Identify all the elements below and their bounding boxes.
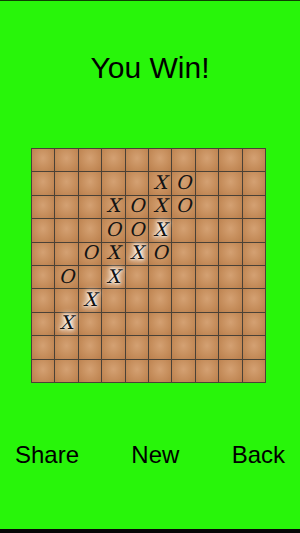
board-cell[interactable] bbox=[172, 289, 194, 311]
board-cell[interactable] bbox=[102, 289, 124, 311]
board-cell[interactable] bbox=[196, 149, 218, 171]
board-cell[interactable] bbox=[55, 289, 77, 311]
piece-o: O bbox=[152, 243, 168, 262]
board-cell[interactable]: O bbox=[172, 172, 194, 194]
piece-x: X bbox=[107, 243, 121, 262]
board-cell[interactable] bbox=[149, 313, 171, 335]
board-cell[interactable] bbox=[32, 266, 54, 288]
board-cell[interactable] bbox=[196, 360, 218, 382]
board-cell[interactable] bbox=[243, 219, 265, 241]
board-cell[interactable] bbox=[196, 196, 218, 218]
bottom-bar bbox=[0, 529, 300, 533]
board-cell[interactable]: X bbox=[79, 289, 101, 311]
board-cell[interactable] bbox=[55, 219, 77, 241]
board-cell[interactable] bbox=[55, 172, 77, 194]
app-screen: You Win! XOXOXOOOXOXXOOXXX Share New Bac… bbox=[0, 0, 300, 533]
board-cell[interactable] bbox=[172, 360, 194, 382]
board-cell[interactable] bbox=[32, 360, 54, 382]
piece-o: O bbox=[59, 267, 75, 286]
board-cell[interactable] bbox=[172, 219, 194, 241]
board-cell[interactable] bbox=[196, 266, 218, 288]
board-cell[interactable]: O bbox=[55, 266, 77, 288]
board-cell[interactable] bbox=[102, 360, 124, 382]
board-cell[interactable] bbox=[172, 149, 194, 171]
board-cell[interactable] bbox=[32, 219, 54, 241]
board-cell[interactable]: O bbox=[79, 243, 101, 265]
piece-o: O bbox=[176, 196, 192, 215]
board-cell[interactable]: O bbox=[126, 196, 148, 218]
board-cell[interactable] bbox=[55, 243, 77, 265]
board-cell[interactable] bbox=[149, 289, 171, 311]
board-cell[interactable] bbox=[102, 336, 124, 358]
piece-o: O bbox=[106, 220, 122, 239]
piece-x: X bbox=[153, 173, 167, 192]
piece-o: O bbox=[129, 220, 145, 239]
board-cell[interactable] bbox=[172, 243, 194, 265]
board-cell[interactable] bbox=[149, 149, 171, 171]
board-cell[interactable] bbox=[196, 172, 218, 194]
board-cell[interactable] bbox=[243, 149, 265, 171]
board-cell[interactable]: X bbox=[149, 196, 171, 218]
board-cell[interactable] bbox=[219, 360, 241, 382]
board-cell[interactable] bbox=[243, 172, 265, 194]
board-cell[interactable] bbox=[219, 266, 241, 288]
board-cell[interactable] bbox=[196, 336, 218, 358]
board-cell[interactable] bbox=[32, 313, 54, 335]
board-cell[interactable] bbox=[172, 266, 194, 288]
board-cell[interactable] bbox=[126, 266, 148, 288]
board-cell[interactable] bbox=[79, 219, 101, 241]
board-cell[interactable] bbox=[196, 219, 218, 241]
piece-x: X bbox=[153, 220, 167, 239]
board-cell[interactable] bbox=[196, 313, 218, 335]
piece-x: X bbox=[153, 196, 167, 215]
board-cell[interactable]: X bbox=[102, 196, 124, 218]
board-cell[interactable] bbox=[79, 196, 101, 218]
board-cell[interactable] bbox=[32, 336, 54, 358]
board-cell[interactable] bbox=[102, 172, 124, 194]
board-cell[interactable] bbox=[79, 149, 101, 171]
back-button[interactable]: Back bbox=[232, 441, 285, 469]
board-cell[interactable] bbox=[243, 360, 265, 382]
button-bar: Share New Back bbox=[0, 441, 300, 469]
piece-o: O bbox=[176, 173, 192, 192]
board-cell[interactable] bbox=[243, 196, 265, 218]
board-cell[interactable] bbox=[126, 313, 148, 335]
board-cell[interactable]: O bbox=[126, 219, 148, 241]
board-cell[interactable] bbox=[196, 289, 218, 311]
board-cell[interactable] bbox=[243, 266, 265, 288]
share-button[interactable]: Share bbox=[15, 441, 79, 469]
board-cell[interactable]: O bbox=[172, 196, 194, 218]
board-cell[interactable] bbox=[243, 243, 265, 265]
piece-o: O bbox=[82, 243, 98, 262]
board-cell[interactable] bbox=[126, 360, 148, 382]
board-cell[interactable] bbox=[55, 360, 77, 382]
board-cell[interactable] bbox=[102, 149, 124, 171]
board-cell[interactable] bbox=[32, 196, 54, 218]
board-cell[interactable] bbox=[55, 196, 77, 218]
board-cell[interactable] bbox=[102, 313, 124, 335]
board-cell[interactable] bbox=[219, 313, 241, 335]
board-cell[interactable] bbox=[243, 289, 265, 311]
piece-x: X bbox=[60, 313, 74, 332]
board-cell[interactable] bbox=[55, 149, 77, 171]
board-cell[interactable] bbox=[172, 336, 194, 358]
board-cell[interactable] bbox=[32, 172, 54, 194]
board-cell[interactable] bbox=[126, 289, 148, 311]
board-cell[interactable]: X bbox=[126, 243, 148, 265]
board-cell[interactable] bbox=[172, 313, 194, 335]
board-cell[interactable] bbox=[243, 336, 265, 358]
board-cell[interactable] bbox=[219, 336, 241, 358]
game-board: XOXOXOOOXOXXOOXXX bbox=[31, 148, 266, 383]
board-cell[interactable] bbox=[219, 219, 241, 241]
board-cell[interactable]: X bbox=[55, 313, 77, 335]
piece-x: X bbox=[107, 196, 121, 215]
board-cell[interactable] bbox=[219, 289, 241, 311]
board-cell[interactable] bbox=[126, 172, 148, 194]
board-cell[interactable] bbox=[219, 196, 241, 218]
board-cell[interactable] bbox=[149, 266, 171, 288]
result-title: You Win! bbox=[0, 51, 300, 85]
board-cell[interactable]: O bbox=[149, 243, 171, 265]
board-cell[interactable] bbox=[79, 336, 101, 358]
board-cell[interactable]: O bbox=[102, 219, 124, 241]
board-cell[interactable]: X bbox=[102, 243, 124, 265]
board-cell[interactable] bbox=[126, 336, 148, 358]
board-cell[interactable] bbox=[32, 289, 54, 311]
board-cell[interactable] bbox=[79, 360, 101, 382]
board-cell[interactable]: X bbox=[149, 172, 171, 194]
board-cell[interactable]: X bbox=[102, 266, 124, 288]
board-cell[interactable]: X bbox=[149, 219, 171, 241]
board-cell[interactable] bbox=[196, 243, 218, 265]
piece-x: X bbox=[83, 290, 97, 309]
top-border bbox=[0, 0, 300, 1]
board-cell[interactable] bbox=[149, 336, 171, 358]
board-cell[interactable] bbox=[219, 149, 241, 171]
board-cell[interactable] bbox=[79, 266, 101, 288]
board-cell[interactable] bbox=[79, 172, 101, 194]
board-cell[interactable] bbox=[219, 243, 241, 265]
board-cell[interactable] bbox=[243, 313, 265, 335]
new-button[interactable]: New bbox=[131, 441, 179, 469]
piece-o: O bbox=[129, 196, 145, 215]
board-cell[interactable] bbox=[149, 360, 171, 382]
board-cell[interactable] bbox=[79, 313, 101, 335]
piece-x: X bbox=[107, 267, 121, 286]
piece-x: X bbox=[130, 243, 144, 262]
board-cell[interactable] bbox=[126, 149, 148, 171]
board-cell[interactable] bbox=[219, 172, 241, 194]
board-cell[interactable] bbox=[32, 243, 54, 265]
board-cell[interactable] bbox=[32, 149, 54, 171]
board-cell[interactable] bbox=[55, 336, 77, 358]
